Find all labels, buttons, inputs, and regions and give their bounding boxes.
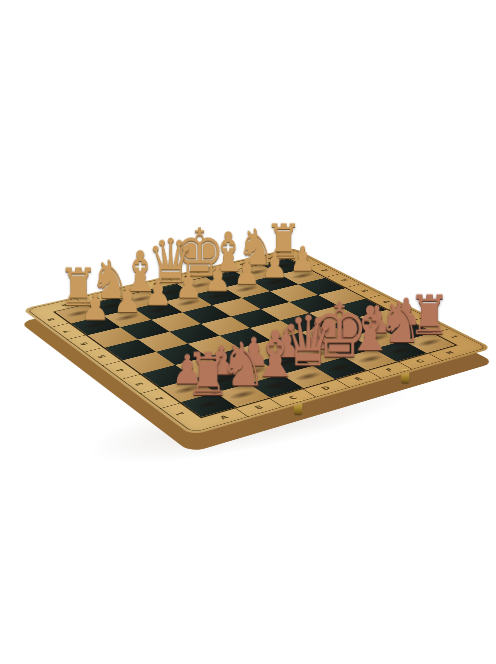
file-label-d: D — [152, 282, 162, 286]
rank-label-7: 7 — [319, 269, 328, 272]
rank-label-3: 3 — [134, 382, 145, 386]
rank-label-8: 8 — [47, 318, 57, 322]
file-label-e: E — [181, 276, 190, 279]
rank-label-4: 4 — [115, 368, 126, 372]
file-label-b: B — [91, 296, 100, 300]
file-label-f: F — [210, 269, 219, 272]
product-photo: ABCDEFGH ABCDEFGH 12345678 12345678 ♜♞♝♛… — [0, 0, 496, 664]
rank-label-8: 8 — [300, 259, 309, 262]
file-label-a: A — [60, 303, 69, 307]
rank-label-7: 7 — [63, 329, 73, 333]
piece-white-rook-a1[interactable]: ♜ — [175, 339, 242, 405]
file-label-h: H — [265, 256, 274, 259]
file-label-g: G — [238, 263, 247, 266]
rank-label-2: 2 — [154, 396, 165, 401]
rank-label-6: 6 — [339, 279, 349, 282]
rank-label-1: 1 — [175, 411, 187, 416]
file-label-a: A — [219, 415, 231, 420]
file-label-c: C — [122, 289, 131, 293]
rank-label-6: 6 — [80, 342, 91, 346]
rank-label-5: 5 — [97, 354, 108, 358]
